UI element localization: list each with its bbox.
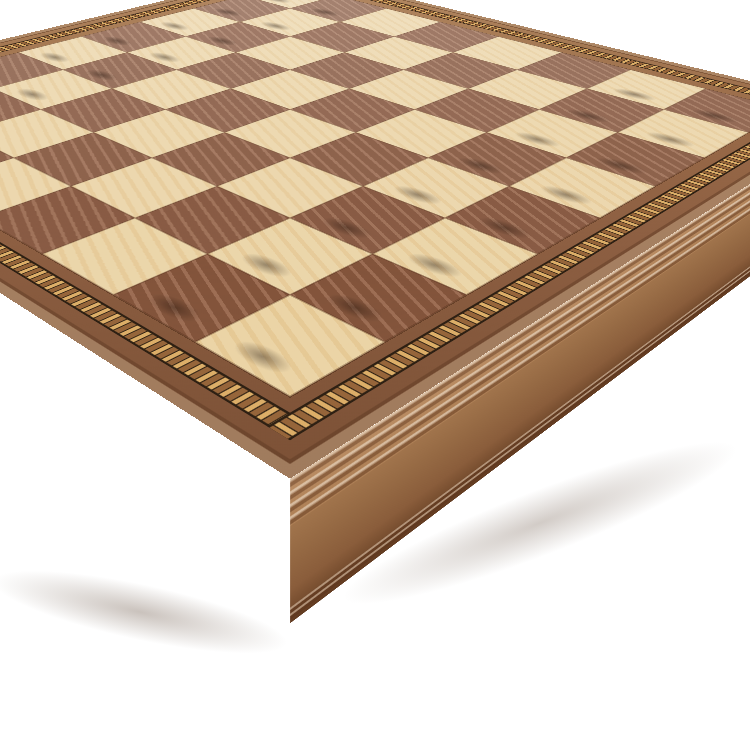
chess-box: ♜♟♟♜♞♟♟♞♝♟♟♝♚♟♟♚♛♟♟♛♝♟♟♝♞♟♟♞♜♟♟♜ bbox=[0, 0, 750, 479]
board-squares: ♜♟♟♜♞♟♟♞♝♟♟♝♚♟♟♚♛♟♟♛♝♟♟♝♞♟♟♞♜♟♟♜ bbox=[0, 0, 750, 398]
scene: ♜♟♟♜♞♟♟♞♝♟♟♝♚♟♟♚♛♟♟♛♝♟♟♝♞♟♟♞♜♟♟♜ bbox=[0, 0, 750, 750]
black-rook-glyph: ♜ bbox=[0, 158, 640, 378]
photo-frame: { "game": "chess", "scene": { "descripti… bbox=[0, 0, 750, 750]
